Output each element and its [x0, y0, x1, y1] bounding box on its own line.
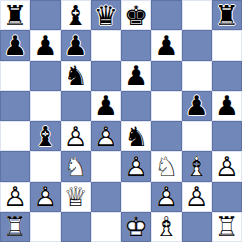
black-queen[interactable]: ♛: [91, 0, 121, 30]
square-g2[interactable]: ♟♙: [182, 182, 212, 212]
white-pawn-outline: ♙: [182, 182, 212, 212]
square-g6[interactable]: [182, 61, 212, 91]
square-a1[interactable]: ♜♖: [0, 212, 30, 242]
black-pawn-glyph: ♟: [182, 91, 212, 121]
white-rook[interactable]: ♜♖: [0, 212, 30, 242]
white-pawn-outline: ♙: [0, 182, 30, 212]
square-b8[interactable]: [30, 0, 60, 30]
square-g1[interactable]: [182, 212, 212, 242]
square-b6[interactable]: [30, 61, 60, 91]
white-rook[interactable]: ♜♖: [212, 212, 242, 242]
square-a3[interactable]: [0, 151, 30, 181]
square-h1[interactable]: ♜♖: [212, 212, 242, 242]
square-d4[interactable]: ♟♙: [91, 121, 121, 151]
square-e3[interactable]: ♟♙: [121, 151, 151, 181]
white-pawn[interactable]: ♟♙: [30, 182, 60, 212]
black-pawn[interactable]: ♟: [91, 91, 121, 121]
square-a6[interactable]: [0, 61, 30, 91]
square-h2[interactable]: [212, 182, 242, 212]
square-b2[interactable]: ♟♙: [30, 182, 60, 212]
white-bishop-outline: ♗: [182, 151, 212, 181]
square-e2[interactable]: [121, 182, 151, 212]
white-knight[interactable]: ♞♘: [61, 151, 91, 181]
square-d6[interactable]: [91, 61, 121, 91]
square-d1[interactable]: [91, 212, 121, 242]
square-h8[interactable]: ♜: [212, 0, 242, 30]
square-b1[interactable]: [30, 212, 60, 242]
white-bishop-outline: ♗: [151, 212, 181, 242]
square-a8[interactable]: ♜: [0, 0, 30, 30]
white-king-outline: ♔: [121, 212, 151, 242]
white-pawn[interactable]: ♟♙: [61, 121, 91, 151]
white-pawn-outline: ♙: [30, 182, 60, 212]
black-pawn[interactable]: ♟: [212, 91, 242, 121]
square-a5[interactable]: [0, 91, 30, 121]
square-h6[interactable]: [212, 61, 242, 91]
square-f7[interactable]: ♟: [151, 30, 181, 60]
square-f8[interactable]: [151, 0, 181, 30]
square-f6[interactable]: [151, 61, 181, 91]
square-a7[interactable]: ♟: [0, 30, 30, 60]
black-bishop[interactable]: ♝: [30, 121, 60, 151]
black-knight[interactable]: ♞: [121, 121, 151, 151]
square-h7[interactable]: [212, 30, 242, 60]
square-c5[interactable]: [61, 91, 91, 121]
black-rook-glyph: ♜: [0, 0, 30, 30]
black-pawn[interactable]: ♟: [151, 30, 181, 60]
white-rook-outline: ♖: [212, 212, 242, 242]
chess-board: ♜♝♛♚♜♟♟♟♟♞♟♟♟♟♝♟♙♟♙♞♞♘♟♙♞♘♝♗♟♙♟♙♟♙♛♕♟♙♟♙…: [0, 0, 242, 242]
square-g7[interactable]: [182, 30, 212, 60]
black-king-glyph: ♚: [121, 0, 151, 30]
square-c2[interactable]: ♛♕: [61, 182, 91, 212]
black-pawn-glyph: ♟: [0, 30, 30, 60]
black-pawn-glyph: ♟: [151, 30, 181, 60]
square-c6[interactable]: ♞: [61, 61, 91, 91]
square-d7[interactable]: [91, 30, 121, 60]
white-king[interactable]: ♚♔: [121, 212, 151, 242]
square-f2[interactable]: ♟♙: [151, 182, 181, 212]
black-bishop-glyph: ♝: [30, 121, 60, 151]
black-king[interactable]: ♚: [121, 0, 151, 30]
black-queen-glyph: ♛: [91, 0, 121, 30]
black-pawn[interactable]: ♟: [121, 61, 151, 91]
white-queen[interactable]: ♛♕: [61, 182, 91, 212]
white-pawn[interactable]: ♟♙: [212, 151, 242, 181]
square-c7[interactable]: ♟: [61, 30, 91, 60]
square-b5[interactable]: [30, 91, 60, 121]
black-pawn-glyph: ♟: [121, 61, 151, 91]
white-knight[interactable]: ♞♘: [151, 151, 181, 181]
square-h5[interactable]: ♟: [212, 91, 242, 121]
square-a4[interactable]: [0, 121, 30, 151]
chess-app: ♜♝♛♚♜♟♟♟♟♞♟♟♟♟♝♟♙♟♙♞♞♘♟♙♞♘♝♗♟♙♟♙♟♙♛♕♟♙♟♙…: [0, 0, 242, 242]
square-e7[interactable]: [121, 30, 151, 60]
square-e1[interactable]: ♚♔: [121, 212, 151, 242]
black-knight-glyph: ♞: [61, 61, 91, 91]
black-knight[interactable]: ♞: [61, 61, 91, 91]
white-queen-outline: ♕: [61, 182, 91, 212]
square-e4[interactable]: ♞: [121, 121, 151, 151]
square-c1[interactable]: [61, 212, 91, 242]
square-h3[interactable]: ♟♙: [212, 151, 242, 181]
square-a2[interactable]: ♟♙: [0, 182, 30, 212]
black-pawn[interactable]: ♟: [61, 30, 91, 60]
white-pawn[interactable]: ♟♙: [121, 151, 151, 181]
square-h4[interactable]: [212, 121, 242, 151]
white-pawn-outline: ♙: [91, 121, 121, 151]
black-pawn[interactable]: ♟: [0, 30, 30, 60]
square-f1[interactable]: ♝♗: [151, 212, 181, 242]
white-knight-outline: ♘: [61, 151, 91, 181]
black-pawn-glyph: ♟: [212, 91, 242, 121]
white-bishop[interactable]: ♝♗: [182, 151, 212, 181]
white-pawn[interactable]: ♟♙: [182, 182, 212, 212]
square-e8[interactable]: ♚: [121, 0, 151, 30]
black-rook[interactable]: ♜: [212, 0, 242, 30]
square-e5[interactable]: [121, 91, 151, 121]
square-g5[interactable]: ♟: [182, 91, 212, 121]
black-bishop[interactable]: ♝: [61, 0, 91, 30]
white-bishop[interactable]: ♝♗: [151, 212, 181, 242]
white-rook-outline: ♖: [0, 212, 30, 242]
square-c8[interactable]: ♝: [61, 0, 91, 30]
square-b7[interactable]: ♟: [30, 30, 60, 60]
square-f5[interactable]: [151, 91, 181, 121]
white-pawn[interactable]: ♟♙: [0, 182, 30, 212]
square-b3[interactable]: [30, 151, 60, 181]
square-g3[interactable]: ♝♗: [182, 151, 212, 181]
black-knight-glyph: ♞: [121, 121, 151, 151]
white-pawn-outline: ♙: [121, 151, 151, 181]
square-f3[interactable]: ♞♘: [151, 151, 181, 181]
square-d3[interactable]: [91, 151, 121, 181]
white-pawn[interactable]: ♟♙: [91, 121, 121, 151]
black-pawn[interactable]: ♟: [182, 91, 212, 121]
black-pawn-glyph: ♟: [91, 91, 121, 121]
square-b4[interactable]: ♝: [30, 121, 60, 151]
black-rook[interactable]: ♜: [0, 0, 30, 30]
white-pawn[interactable]: ♟♙: [151, 182, 181, 212]
black-pawn-glyph: ♟: [30, 30, 60, 60]
white-pawn-outline: ♙: [151, 182, 181, 212]
black-bishop-glyph: ♝: [61, 0, 91, 30]
square-d2[interactable]: [91, 182, 121, 212]
square-c3[interactable]: ♞♘: [61, 151, 91, 181]
black-rook-glyph: ♜: [212, 0, 242, 30]
black-pawn-glyph: ♟: [61, 30, 91, 60]
square-g8[interactable]: [182, 0, 212, 30]
white-pawn-outline: ♙: [61, 121, 91, 151]
square-f4[interactable]: [151, 121, 181, 151]
white-knight-outline: ♘: [151, 151, 181, 181]
square-g4[interactable]: [182, 121, 212, 151]
white-pawn-outline: ♙: [212, 151, 242, 181]
square-d8[interactable]: ♛: [91, 0, 121, 30]
square-e6[interactable]: ♟: [121, 61, 151, 91]
black-pawn[interactable]: ♟: [30, 30, 60, 60]
square-d5[interactable]: ♟: [91, 91, 121, 121]
square-c4[interactable]: ♟♙: [61, 121, 91, 151]
